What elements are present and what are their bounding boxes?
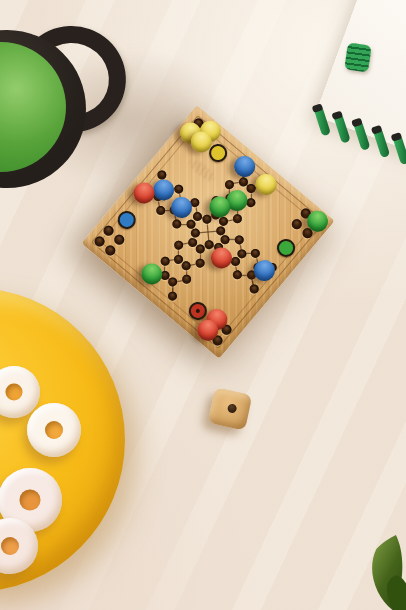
wooden-die[interactable] xyxy=(208,387,253,430)
tabletop-scene xyxy=(0,0,406,610)
die-pip-1 xyxy=(226,403,237,414)
green-spring-clip xyxy=(344,42,372,72)
donut xyxy=(27,403,81,457)
mug-glint xyxy=(0,44,40,149)
